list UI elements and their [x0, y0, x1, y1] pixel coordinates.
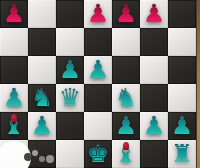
piece-pink-pawn[interactable]: ♟ — [87, 0, 109, 28]
piece-pink-pawn[interactable]: ♟ — [115, 0, 137, 28]
square-r2c0[interactable] — [0, 56, 28, 84]
piece-teal-rook[interactable]: ♜ — [171, 140, 193, 168]
square-r0c2[interactable] — [56, 0, 84, 28]
square-r1c0[interactable] — [0, 28, 28, 56]
square-r4c1[interactable]: ♟ — [28, 112, 56, 140]
square-r3c0[interactable]: ♟ — [0, 84, 28, 112]
piece-teal-king[interactable]: ♚ — [87, 140, 109, 168]
square-r3c1[interactable]: ♞ — [28, 84, 56, 112]
thinking-dot — [39, 156, 45, 162]
piece-teal-pawn[interactable]: ♟ — [31, 112, 53, 140]
square-r5c2[interactable] — [56, 140, 84, 168]
square-r4c2[interactable] — [56, 112, 84, 140]
piece-pink-pawn[interactable]: ♟ — [143, 0, 165, 28]
square-r2c4[interactable] — [112, 56, 140, 84]
piece-teal-pawn[interactable]: ♟ — [3, 84, 25, 112]
square-r1c4[interactable] — [112, 28, 140, 56]
square-r3c5[interactable] — [140, 84, 168, 112]
square-r0c4[interactable]: ♟ — [112, 0, 140, 28]
square-r2c6[interactable] — [168, 56, 196, 84]
square-r0c0[interactable]: ♟ — [0, 0, 28, 28]
thinking-dot — [46, 155, 54, 163]
piece-teal-knight[interactable]: ♞ — [115, 84, 137, 112]
piece-teal-queen[interactable]: ♛ — [59, 84, 81, 112]
square-r1c2[interactable] — [56, 28, 84, 56]
chess-app-screen: ♟♟♟♟♟♟♟♞♛♞♝♟♟♟♟♚♝♜ — [0, 0, 200, 168]
chess-board: ♟♟♟♟♟♟♟♞♛♞♝♟♟♟♟♚♝♜ — [0, 0, 196, 168]
square-r1c5[interactable] — [140, 28, 168, 56]
square-r0c5[interactable]: ♟ — [140, 0, 168, 28]
square-r2c3[interactable]: ♟ — [84, 56, 112, 84]
square-r1c1[interactable] — [28, 28, 56, 56]
bishop-red-tip — [123, 142, 129, 150]
square-r3c4[interactable]: ♞ — [112, 84, 140, 112]
square-r5c3[interactable]: ♚ — [84, 140, 112, 168]
piece-teal-pawn[interactable]: ♟ — [87, 56, 109, 84]
bishop-red-tip — [11, 114, 17, 122]
square-r5c6[interactable]: ♜ — [168, 140, 196, 168]
piece-pink-pawn[interactable]: ♟ — [3, 0, 25, 28]
thinking-bubble-notch — [24, 153, 31, 161]
square-r3c2[interactable]: ♛ — [56, 84, 84, 112]
piece-teal-pawn[interactable]: ♟ — [171, 112, 193, 140]
piece-teal-knight[interactable]: ♞ — [31, 84, 53, 112]
square-r4c3[interactable] — [84, 112, 112, 140]
board-frame-right — [196, 0, 200, 168]
square-r3c6[interactable] — [168, 84, 196, 112]
square-r2c5[interactable] — [140, 56, 168, 84]
square-r4c5[interactable]: ♟ — [140, 112, 168, 140]
square-r2c1[interactable] — [28, 56, 56, 84]
square-r3c3[interactable] — [84, 84, 112, 112]
square-r0c1[interactable] — [28, 0, 56, 28]
thinking-dot — [32, 150, 38, 156]
square-r2c2[interactable]: ♟ — [56, 56, 84, 84]
square-r4c4[interactable]: ♟ — [112, 112, 140, 140]
piece-teal-pawn[interactable]: ♟ — [143, 112, 165, 140]
square-r5c4[interactable]: ♝ — [112, 140, 140, 168]
piece-teal-pawn[interactable]: ♟ — [59, 56, 81, 84]
square-r4c0[interactable]: ♝ — [0, 112, 28, 140]
square-r5c5[interactable] — [140, 140, 168, 168]
square-r0c3[interactable]: ♟ — [84, 0, 112, 28]
square-r4c6[interactable]: ♟ — [168, 112, 196, 140]
square-r0c6[interactable] — [168, 0, 196, 28]
piece-teal-pawn[interactable]: ♟ — [115, 112, 137, 140]
square-r1c6[interactable] — [168, 28, 196, 56]
square-r1c3[interactable] — [84, 28, 112, 56]
